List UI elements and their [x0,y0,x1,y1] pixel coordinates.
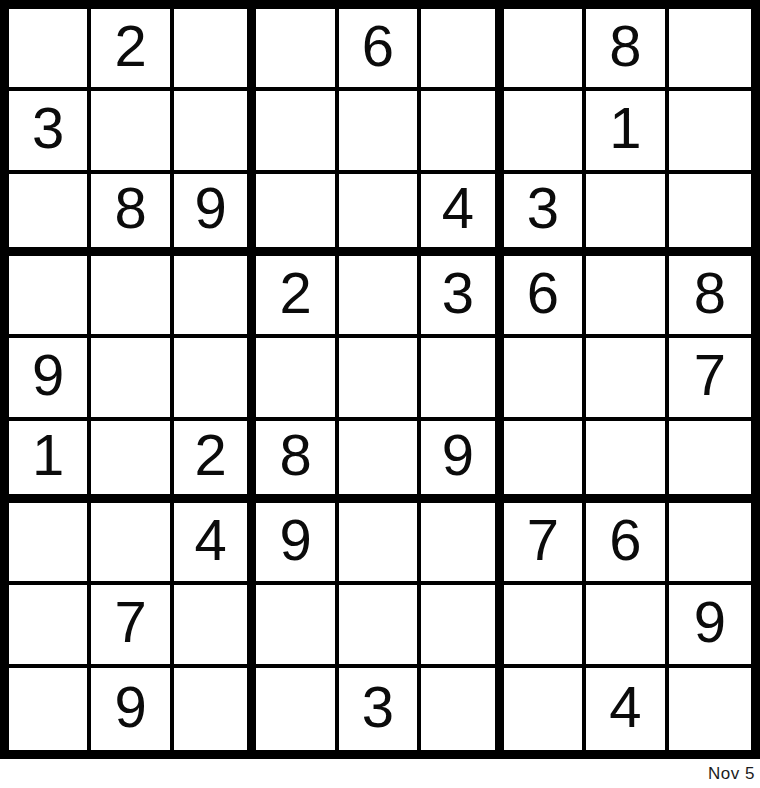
cell-r4c4[interactable]: 2 [256,256,338,338]
cell-r8c5[interactable] [339,585,421,667]
given-digit: 8 [694,264,726,322]
cell-r4c8[interactable] [586,256,668,338]
cell-r9c5[interactable]: 3 [339,668,421,750]
cell-r1c5[interactable]: 6 [339,9,421,91]
cell-r5c5[interactable] [339,338,421,420]
cell-r3c6[interactable]: 4 [421,174,503,256]
cell-r7c2[interactable] [91,503,173,585]
cell-r3c2[interactable]: 8 [91,174,173,256]
cell-r6c6[interactable]: 9 [421,421,503,503]
cell-r6c2[interactable] [91,421,173,503]
cell-r9c8[interactable]: 4 [586,668,668,750]
given-digit: 8 [115,179,147,237]
cell-r9c4[interactable] [256,668,338,750]
cell-r6c8[interactable] [586,421,668,503]
cell-r6c1[interactable]: 1 [9,421,91,503]
cell-r2c4[interactable] [256,91,338,173]
cell-r5c8[interactable] [586,338,668,420]
cell-r6c9[interactable] [669,421,751,503]
cell-r3c9[interactable] [669,174,751,256]
given-digit: 6 [527,264,559,322]
given-digit: 2 [194,426,226,484]
cell-r9c1[interactable] [9,668,91,750]
cell-r6c4[interactable]: 8 [256,421,338,503]
given-digit: 7 [694,346,726,404]
cell-r2c5[interactable] [339,91,421,173]
cell-r7c5[interactable] [339,503,421,585]
cell-r5c9[interactable]: 7 [669,338,751,420]
given-digit: 8 [609,17,641,75]
given-digit: 3 [442,264,474,322]
cell-r4c7[interactable]: 6 [504,256,586,338]
given-digit: 4 [609,678,641,736]
cell-r3c3[interactable]: 9 [174,174,256,256]
cell-r8c3[interactable] [174,585,256,667]
cell-r2c6[interactable] [421,91,503,173]
cell-r4c1[interactable] [9,256,91,338]
given-digit: 6 [362,17,394,75]
cell-r2c1[interactable]: 3 [9,91,91,173]
cell-r9c9[interactable] [669,668,751,750]
given-digit: 8 [279,426,311,484]
cell-r6c5[interactable] [339,421,421,503]
cell-r7c9[interactable] [669,503,751,585]
given-digit: 3 [527,179,559,237]
cell-r9c2[interactable]: 9 [91,668,173,750]
given-digit: 7 [115,593,147,651]
sudoku-page: 2683189432368971289497679934 Nov 5 [0,0,760,788]
cell-r1c2[interactable]: 2 [91,9,173,91]
cell-r4c3[interactable] [174,256,256,338]
given-digit: 1 [32,426,64,484]
cell-r5c3[interactable] [174,338,256,420]
cell-r7c1[interactable] [9,503,91,585]
cell-r1c8[interactable]: 8 [586,9,668,91]
cell-r9c3[interactable] [174,668,256,750]
cell-r3c8[interactable] [586,174,668,256]
cell-r7c3[interactable]: 4 [174,503,256,585]
cell-r9c7[interactable] [504,668,586,750]
cell-r8c8[interactable] [586,585,668,667]
given-digit: 2 [279,264,311,322]
cell-r1c1[interactable] [9,9,91,91]
cell-r7c8[interactable]: 6 [586,503,668,585]
cell-r8c9[interactable]: 9 [669,585,751,667]
cell-r3c1[interactable] [9,174,91,256]
cell-r2c2[interactable] [91,91,173,173]
cell-r2c3[interactable] [174,91,256,173]
cell-r8c6[interactable] [421,585,503,667]
given-digit: 9 [694,593,726,651]
given-digit: 9 [194,179,226,237]
cell-r2c8[interactable]: 1 [586,91,668,173]
given-digit: 4 [194,511,226,569]
given-digit: 6 [609,511,641,569]
cell-r5c6[interactable] [421,338,503,420]
given-digit: 9 [279,511,311,569]
cell-r7c7[interactable]: 7 [504,503,586,585]
cell-r9c6[interactable] [421,668,503,750]
given-digit: 3 [362,678,394,736]
cell-r5c1[interactable]: 9 [9,338,91,420]
cell-r8c1[interactable] [9,585,91,667]
cell-r1c6[interactable] [421,9,503,91]
cell-r4c9[interactable]: 8 [669,256,751,338]
given-digit: 3 [32,99,64,157]
cell-r5c4[interactable] [256,338,338,420]
given-digit: 7 [527,511,559,569]
footer: Nov 5 [0,759,760,788]
cell-r6c3[interactable]: 2 [174,421,256,503]
cell-r1c7[interactable] [504,9,586,91]
cell-r8c7[interactable] [504,585,586,667]
given-digit: 2 [115,17,147,75]
cell-r4c2[interactable] [91,256,173,338]
cell-r6c7[interactable] [504,421,586,503]
given-digit: 4 [442,179,474,237]
cell-r5c2[interactable] [91,338,173,420]
given-digit: 9 [442,426,474,484]
cell-r3c4[interactable] [256,174,338,256]
date-label: Nov 5 [708,764,755,784]
sudoku-board: 2683189432368971289497679934 [0,0,760,759]
cell-r2c9[interactable] [669,91,751,173]
given-digit: 1 [609,99,641,157]
cell-r1c4[interactable] [256,9,338,91]
cell-r2c7[interactable] [504,91,586,173]
cell-r4c6[interactable]: 3 [421,256,503,338]
cell-r8c4[interactable] [256,585,338,667]
cell-r8c2[interactable]: 7 [91,585,173,667]
cell-r7c4[interactable]: 9 [256,503,338,585]
given-digit: 9 [32,346,64,404]
cell-r7c6[interactable] [421,503,503,585]
cell-r1c9[interactable] [669,9,751,91]
cell-r5c7[interactable] [504,338,586,420]
cell-r3c5[interactable] [339,174,421,256]
cell-r1c3[interactable] [174,9,256,91]
cell-r4c5[interactable] [339,256,421,338]
given-digit: 9 [115,678,147,736]
cell-r3c7[interactable]: 3 [504,174,586,256]
